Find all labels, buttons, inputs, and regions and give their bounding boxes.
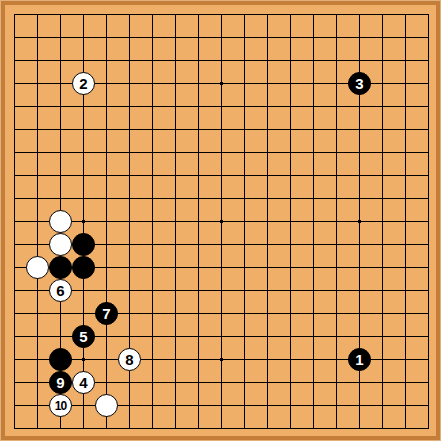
stone-white-10: 10 bbox=[49, 394, 72, 417]
stone-white bbox=[49, 233, 72, 256]
grid-line-vertical bbox=[336, 14, 337, 429]
move-number: 10 bbox=[55, 399, 66, 411]
grid-line-horizontal bbox=[14, 313, 429, 314]
move-number: 1 bbox=[355, 352, 363, 367]
move-number: 9 bbox=[56, 375, 64, 390]
stone-black bbox=[72, 256, 95, 279]
hoshi-point bbox=[220, 220, 223, 223]
stone-white bbox=[49, 210, 72, 233]
grid-line-vertical bbox=[428, 14, 429, 429]
hoshi-point bbox=[220, 82, 223, 85]
stone-white-2: 2 bbox=[72, 72, 95, 95]
grid-line-vertical bbox=[244, 14, 245, 429]
stone-black bbox=[49, 348, 72, 371]
stone-white bbox=[26, 256, 49, 279]
stone-black-7: 7 bbox=[95, 302, 118, 325]
stone-black-1: 1 bbox=[348, 348, 371, 371]
stone-black-3: 3 bbox=[348, 72, 371, 95]
move-number: 5 bbox=[79, 329, 87, 344]
move-number: 8 bbox=[125, 352, 133, 367]
grid-line-vertical bbox=[382, 14, 383, 429]
grid-line-vertical bbox=[267, 14, 268, 429]
grid-line-vertical bbox=[405, 14, 406, 429]
hoshi-point bbox=[82, 358, 85, 361]
hoshi-point bbox=[220, 358, 223, 361]
grid-line-vertical bbox=[290, 14, 291, 429]
stone-white-8: 8 bbox=[118, 348, 141, 371]
move-number: 4 bbox=[79, 375, 87, 390]
grid-line-horizontal bbox=[14, 290, 429, 291]
stone-black-9: 9 bbox=[49, 371, 72, 394]
stone-white-4: 4 bbox=[72, 371, 95, 394]
hoshi-point bbox=[358, 220, 361, 223]
grid-line-horizontal bbox=[14, 428, 429, 429]
stone-black bbox=[49, 256, 72, 279]
grid-line-vertical bbox=[313, 14, 314, 429]
move-number: 6 bbox=[56, 283, 64, 298]
stone-white-6: 6 bbox=[49, 279, 72, 302]
move-number: 2 bbox=[79, 76, 87, 91]
stone-black-5: 5 bbox=[72, 325, 95, 348]
move-number: 7 bbox=[102, 306, 110, 321]
hoshi-point bbox=[82, 220, 85, 223]
go-board: 12345678910 bbox=[0, 0, 441, 441]
move-number: 3 bbox=[355, 76, 363, 91]
grid-line-horizontal bbox=[14, 405, 429, 406]
stone-black bbox=[72, 233, 95, 256]
stone-white bbox=[95, 394, 118, 417]
